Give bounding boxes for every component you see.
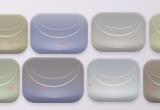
bead-bottom-2: [22, 57, 84, 103]
pink-glint: [8, 86, 13, 90]
pink-glint: [54, 42, 71, 45]
bead-bottom-1: [0, 58, 20, 103]
bead-bottom-3: [87, 58, 140, 102]
bead-strands: [0, 0, 160, 110]
pink-glint: [150, 85, 154, 89]
bottom-gloss: [98, 38, 140, 48]
bead-top-3: [91, 12, 146, 52]
bead-top-1: [0, 14, 28, 54]
bead-bottom-4: [143, 59, 160, 103]
bottom-gloss: [154, 39, 160, 49]
bottom-gloss: [148, 87, 160, 98]
bottom-gloss: [93, 86, 133, 97]
bead-strand-photo: [0, 0, 160, 110]
pink-glint: [88, 83, 92, 87]
pink-glint: [34, 86, 53, 89]
pink-glint: [8, 41, 13, 45]
bead-top-4: [149, 13, 160, 53]
bead-top-2: [30, 13, 88, 54]
